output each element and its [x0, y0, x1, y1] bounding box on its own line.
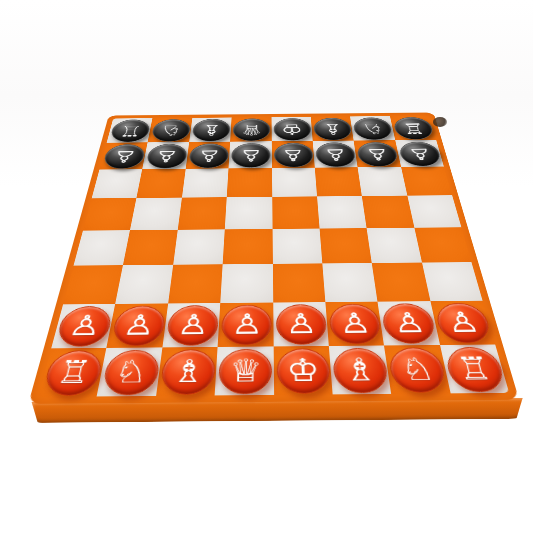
- pawn-glyph: ♙: [282, 143, 305, 167]
- piece-black-pawn-g7[interactable]: ♙: [356, 142, 400, 167]
- piece-red-bishop-c1[interactable]: ♗: [159, 349, 216, 395]
- board-pieces: ♖♘♗♕♔♗♘♖♙♙♙♙♙♙♙♙♙♙♙♙♙♙♙♙♖♘♗♕♔♗♘♖: [38, 116, 509, 397]
- pawn-glyph: ♙: [240, 143, 263, 167]
- piece-red-pawn-g2[interactable]: ♙: [381, 304, 438, 345]
- piece-black-pawn-d7[interactable]: ♙: [231, 143, 271, 168]
- piece-red-rook-h1[interactable]: ♖: [443, 347, 508, 393]
- rook-glyph: ♖: [453, 348, 497, 392]
- pawn-glyph: ♙: [390, 304, 428, 343]
- board-tilt-wrapper: ♖♘♗♕♔♗♘♖♙♙♙♙♙♙♙♙♙♙♙♙♙♙♙♙♖♘♗♕♔♗♘♖: [0, 0, 533, 533]
- pawn-glyph: ♙: [365, 142, 392, 166]
- piece-red-pawn-a2[interactable]: ♙: [54, 306, 113, 347]
- pawn-glyph: ♙: [338, 305, 373, 344]
- knight-glyph: ♘: [111, 350, 151, 394]
- king-glyph: ♔: [281, 119, 303, 141]
- piece-black-pawn-h7[interactable]: ♙: [398, 141, 443, 166]
- chess-board: ♖♘♗♕♔♗♘♖♙♙♙♙♙♙♙♙♙♙♙♙♙♙♙♙♖♘♗♕♔♗♘♖: [28, 113, 519, 404]
- rook-glyph: ♖: [52, 351, 95, 395]
- bishop-glyph: ♗: [200, 119, 223, 141]
- queen-glyph: ♕: [241, 119, 263, 141]
- pawn-glyph: ♙: [175, 306, 210, 345]
- king-glyph: ♔: [286, 349, 321, 393]
- piece-red-pawn-h2[interactable]: ♙: [433, 303, 493, 344]
- piece-red-pawn-f2[interactable]: ♙: [328, 304, 383, 345]
- piece-black-rook-a8[interactable]: ♖: [109, 119, 152, 142]
- piece-black-pawn-f7[interactable]: ♙: [315, 142, 357, 167]
- piece-red-pawn-c2[interactable]: ♙: [165, 305, 219, 346]
- piece-black-knight-b8[interactable]: ♘: [150, 119, 191, 142]
- pawn-glyph: ♙: [111, 144, 139, 168]
- piece-red-pawn-b2[interactable]: ♙: [110, 306, 167, 347]
- piece-black-knight-g8[interactable]: ♘: [353, 117, 395, 140]
- pawn-glyph: ♙: [197, 144, 222, 168]
- piece-red-knight-b1[interactable]: ♘: [100, 350, 160, 396]
- piece-red-pawn-e2[interactable]: ♙: [276, 304, 328, 345]
- knight-glyph: ♘: [397, 348, 438, 392]
- piece-red-pawn-d2[interactable]: ♙: [221, 305, 272, 346]
- board-chip-blemish: [433, 117, 447, 127]
- queen-glyph: ♕: [228, 349, 262, 393]
- piece-black-bishop-f8[interactable]: ♗: [313, 118, 353, 141]
- piece-black-pawn-c7[interactable]: ♙: [188, 143, 229, 168]
- pawn-glyph: ♙: [120, 307, 157, 346]
- piece-black-pawn-b7[interactable]: ♙: [145, 144, 188, 169]
- pawn-glyph: ♙: [154, 144, 180, 168]
- piece-black-bishop-c8[interactable]: ♗: [191, 119, 231, 142]
- bishop-glyph: ♗: [342, 349, 380, 393]
- piece-red-queen-d1[interactable]: ♕: [218, 349, 272, 395]
- pawn-glyph: ♙: [285, 305, 318, 344]
- piece-red-knight-g1[interactable]: ♘: [388, 347, 449, 393]
- bishop-glyph: ♗: [170, 350, 207, 394]
- piece-red-bishop-f1[interactable]: ♗: [332, 348, 390, 394]
- bishop-glyph: ♗: [321, 118, 345, 140]
- rook-glyph: ♖: [400, 117, 427, 139]
- pawn-glyph: ♙: [443, 304, 484, 343]
- knight-glyph: ♘: [158, 120, 183, 142]
- piece-red-king-e1[interactable]: ♔: [276, 348, 331, 394]
- knight-glyph: ♘: [360, 118, 385, 140]
- pawn-glyph: ♙: [406, 142, 434, 166]
- piece-black-queen-d8[interactable]: ♕: [232, 118, 270, 141]
- piece-black-king-e8[interactable]: ♔: [273, 118, 311, 141]
- piece-red-rook-a1[interactable]: ♖: [42, 350, 106, 396]
- piece-black-pawn-a7[interactable]: ♙: [102, 144, 147, 169]
- pawn-glyph: ♙: [231, 306, 263, 345]
- rook-glyph: ♖: [117, 120, 143, 142]
- pawn-glyph: ♙: [64, 307, 104, 346]
- photo-of-chess-board: ♖♘♗♕♔♗♘♖♙♙♙♙♙♙♙♙♙♙♙♙♙♙♙♙♖♘♗♕♔♗♘♖: [0, 0, 533, 533]
- piece-black-pawn-e7[interactable]: ♙: [274, 142, 314, 167]
- pawn-glyph: ♙: [323, 143, 348, 167]
- piece-black-rook-h8[interactable]: ♖: [392, 117, 435, 140]
